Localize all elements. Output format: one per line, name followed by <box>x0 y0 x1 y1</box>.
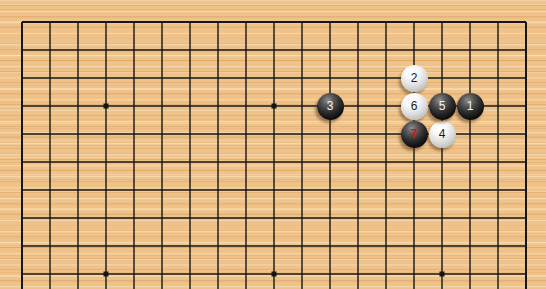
star-point <box>272 272 277 277</box>
move-number-label: 4 <box>439 128 446 140</box>
move-number-label: 1 <box>467 100 474 112</box>
stone-black-q16: 5 <box>429 93 456 120</box>
stone-black-p15: 7 <box>401 121 428 148</box>
move-number-label: 5 <box>439 100 446 112</box>
star-point <box>104 104 109 109</box>
go-board[interactable]: 1234567 <box>0 0 546 289</box>
stone-white-p16: 6 <box>401 93 428 120</box>
stone-black-r16: 1 <box>457 93 484 120</box>
stone-white-p17: 2 <box>401 65 428 92</box>
star-point <box>272 104 277 109</box>
star-point <box>104 272 109 277</box>
star-point <box>440 272 445 277</box>
move-number-label: 7 <box>411 128 418 140</box>
go-diagram-screenshot: 1234567 <box>0 0 546 289</box>
move-number-label: 3 <box>327 100 334 112</box>
move-number-label: 2 <box>411 72 418 84</box>
board-grid <box>0 0 546 289</box>
stone-black-m16: 3 <box>317 93 344 120</box>
stone-white-q15: 4 <box>429 121 456 148</box>
move-number-label: 6 <box>411 100 418 112</box>
